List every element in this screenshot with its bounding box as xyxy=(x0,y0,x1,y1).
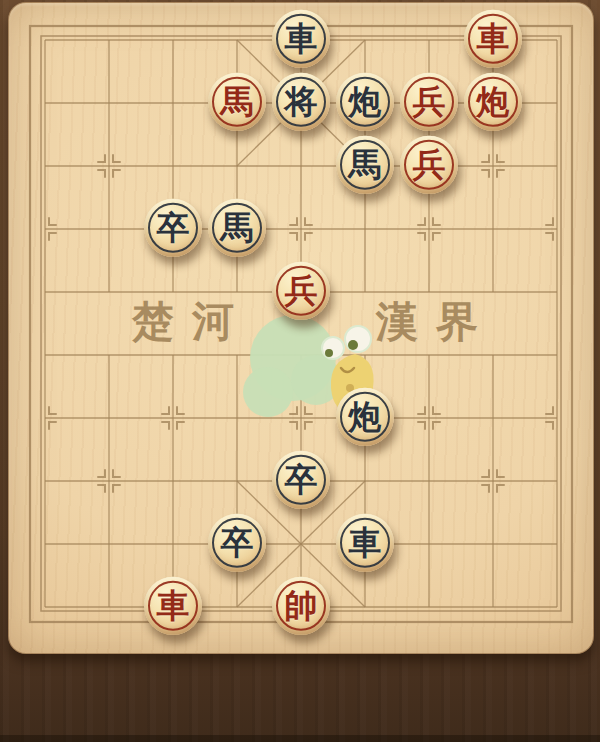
piece-black-horse[interactable]: 馬 xyxy=(208,199,266,257)
piece-red-soldier[interactable]: 兵 xyxy=(400,73,458,131)
piece-glyph: 車 xyxy=(144,577,202,635)
piece-glyph: 馬 xyxy=(208,73,266,131)
piece-red-cannon[interactable]: 炮 xyxy=(464,73,522,131)
xiangqi-app: 楚河 漢界 車車馬将炮兵炮馬兵卒馬兵炮卒卒車車帥 yxwoo.com 步数:0 xyxy=(0,0,600,742)
piece-red-chariot[interactable]: 車 xyxy=(144,577,202,635)
status-bar: yxwoo.com 步数:0 00:01 评论118 xyxy=(0,655,600,742)
piece-red-general[interactable]: 帥 xyxy=(272,577,330,635)
piece-glyph: 馬 xyxy=(208,199,266,257)
river-label-chu: 楚河 xyxy=(132,299,252,345)
piece-black-chariot[interactable]: 車 xyxy=(272,10,330,68)
piece-glyph: 炮 xyxy=(336,73,394,131)
piece-glyph: 卒 xyxy=(144,199,202,257)
piece-black-soldier[interactable]: 卒 xyxy=(144,199,202,257)
piece-glyph: 車 xyxy=(272,10,330,68)
bottom-shadow-strip xyxy=(0,735,600,742)
piece-glyph: 兵 xyxy=(272,262,330,320)
piece-glyph: 車 xyxy=(336,514,394,572)
piece-glyph: 将 xyxy=(272,73,330,131)
piece-glyph: 兵 xyxy=(400,136,458,194)
piece-red-soldier[interactable]: 兵 xyxy=(272,262,330,320)
piece-glyph: 馬 xyxy=(336,136,394,194)
piece-red-soldier[interactable]: 兵 xyxy=(400,136,458,194)
piece-glyph: 炮 xyxy=(464,73,522,131)
piece-black-chariot[interactable]: 車 xyxy=(336,514,394,572)
piece-black-cannon[interactable]: 炮 xyxy=(336,388,394,446)
piece-glyph: 卒 xyxy=(208,514,266,572)
piece-black-soldier[interactable]: 卒 xyxy=(272,451,330,509)
piece-red-horse[interactable]: 馬 xyxy=(208,73,266,131)
piece-black-general[interactable]: 将 xyxy=(272,73,330,131)
piece-glyph: 兵 xyxy=(400,73,458,131)
piece-glyph: 炮 xyxy=(336,388,394,446)
piece-glyph: 車 xyxy=(464,10,522,68)
piece-glyph: 卒 xyxy=(272,451,330,509)
river-label-han: 漢界 xyxy=(376,299,496,345)
piece-black-soldier[interactable]: 卒 xyxy=(208,514,266,572)
piece-red-chariot[interactable]: 車 xyxy=(464,10,522,68)
piece-glyph: 帥 xyxy=(272,577,330,635)
piece-black-cannon[interactable]: 炮 xyxy=(336,73,394,131)
piece-black-horse[interactable]: 馬 xyxy=(336,136,394,194)
